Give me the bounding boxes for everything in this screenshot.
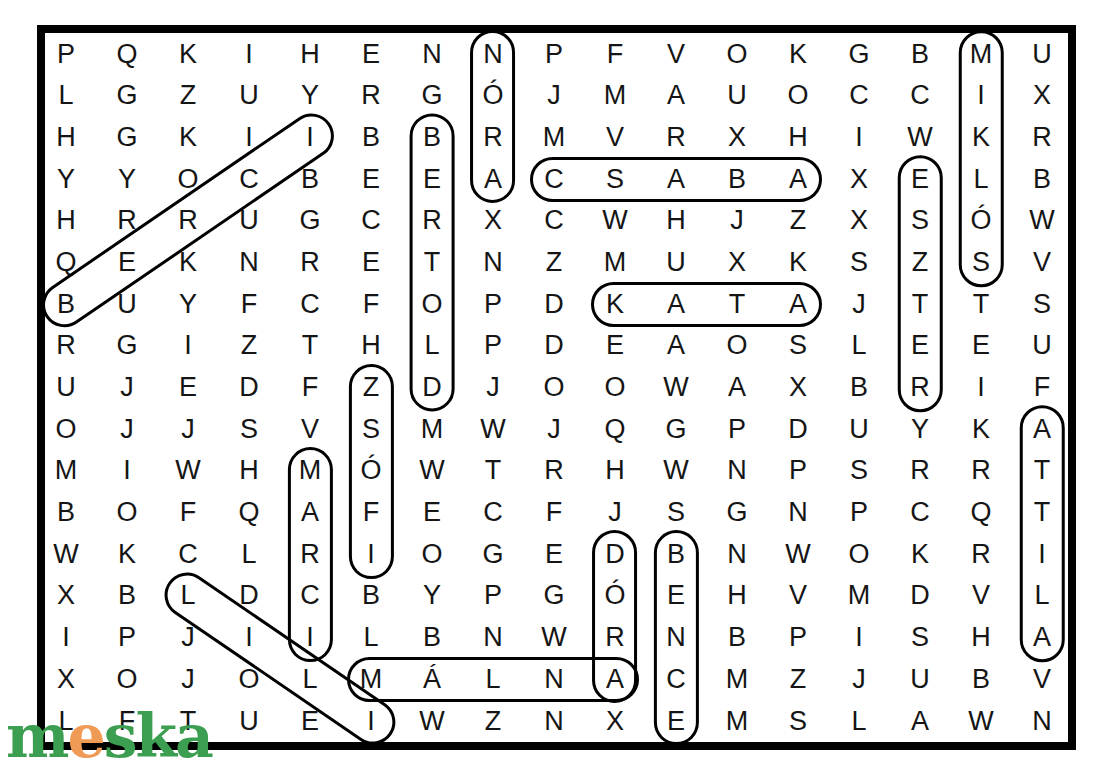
cell-r13-c4: L	[219, 533, 280, 575]
cell-r4-c1: Y	[36, 158, 97, 200]
cell-r5-c10: W	[585, 200, 646, 242]
cell-r10-c14: U	[829, 408, 890, 450]
cell-r14-c7: Y	[402, 575, 463, 617]
cell-r4-c17: B	[1012, 158, 1073, 200]
cell-r5-c6: C	[341, 200, 402, 242]
cell-r15-c17: A	[1012, 617, 1073, 659]
cell-r14-c5: C	[280, 575, 341, 617]
cell-r14-c6: B	[341, 575, 402, 617]
cell-r6-c2: E	[97, 242, 158, 284]
cell-r12-c11: S	[646, 492, 707, 534]
cell-r11-c5: M	[280, 450, 341, 492]
cell-r10-c11: G	[646, 408, 707, 450]
cell-r14-c12: H	[707, 575, 768, 617]
cell-r9-c6: Z	[341, 367, 402, 409]
cell-r16-c14: J	[829, 659, 890, 701]
cell-r15-c2: P	[97, 617, 158, 659]
cell-r3-c10: V	[585, 117, 646, 159]
cell-r8-c5: T	[280, 325, 341, 367]
cell-r12-c14: P	[829, 492, 890, 534]
cell-r10-c9: J	[524, 408, 585, 450]
cell-r15-c3: J	[158, 617, 219, 659]
cell-r7-c6: F	[341, 283, 402, 325]
cell-r5-c2: R	[97, 200, 158, 242]
cell-r10-c12: P	[707, 408, 768, 450]
cell-r11-c3: W	[158, 450, 219, 492]
cell-r12-c7: E	[402, 492, 463, 534]
cell-r14-c2: B	[97, 575, 158, 617]
cell-r2-c12: U	[707, 75, 768, 117]
cell-r2-c11: A	[646, 75, 707, 117]
cell-r17-c11: E	[646, 700, 707, 742]
cell-r13-c8: G	[463, 533, 524, 575]
cell-r2-c15: C	[890, 75, 951, 117]
cell-r6-c14: S	[829, 242, 890, 284]
cell-r2-c3: Z	[158, 75, 219, 117]
cell-r17-c4: U	[219, 700, 280, 742]
cell-r2-c5: Y	[280, 75, 341, 117]
cell-r13-c9: E	[524, 533, 585, 575]
cell-r9-c14: B	[829, 367, 890, 409]
cell-r5-c15: S	[890, 200, 951, 242]
cell-r9-c11: W	[646, 367, 707, 409]
cell-r10-c8: W	[463, 408, 524, 450]
cell-r8-c3: I	[158, 325, 219, 367]
cell-r14-c4: D	[219, 575, 280, 617]
cell-r6-c17: V	[1012, 242, 1073, 284]
watermark-letter-e: e	[68, 701, 104, 771]
cell-r13-c12: N	[707, 533, 768, 575]
cell-r5-c3: R	[158, 200, 219, 242]
cell-r7-c16: T	[951, 283, 1012, 325]
cell-r1-c8: N	[463, 33, 524, 75]
cell-r14-c11: E	[646, 575, 707, 617]
cell-r12-c12: G	[707, 492, 768, 534]
cell-r3-c3: K	[158, 117, 219, 159]
cell-r4-c14: X	[829, 158, 890, 200]
cell-r5-c7: R	[402, 200, 463, 242]
cell-r5-c14: X	[829, 200, 890, 242]
cell-r9-c15: R	[890, 367, 951, 409]
cell-r8-c4: Z	[219, 325, 280, 367]
cell-r4-c3: O	[158, 158, 219, 200]
watermark-letter-m: m	[6, 701, 68, 771]
cell-r11-c10: H	[585, 450, 646, 492]
cell-r16-c8: L	[463, 659, 524, 701]
cell-r16-c3: J	[158, 659, 219, 701]
cell-r12-c15: C	[890, 492, 951, 534]
cell-r17-c12: M	[707, 700, 768, 742]
cell-r11-c7: W	[402, 450, 463, 492]
cell-r12-c1: B	[36, 492, 97, 534]
cell-r1-c16: M	[951, 33, 1012, 75]
cell-r17-c8: Z	[463, 700, 524, 742]
cell-r1-c9: P	[524, 33, 585, 75]
cell-r9-c13: X	[768, 367, 829, 409]
cell-r13-c17: I	[1012, 533, 1073, 575]
cell-r3-c13: H	[768, 117, 829, 159]
cell-r7-c4: F	[219, 283, 280, 325]
cell-r3-c6: B	[341, 117, 402, 159]
cell-r10-c17: A	[1012, 408, 1073, 450]
cell-r6-c16: S	[951, 242, 1012, 284]
cell-r16-c12: M	[707, 659, 768, 701]
cell-r8-c8: P	[463, 325, 524, 367]
cell-r17-c5: E	[280, 700, 341, 742]
cell-r16-c6: M	[341, 659, 402, 701]
cell-r13-c7: O	[402, 533, 463, 575]
cell-r14-c15: D	[890, 575, 951, 617]
cell-r6-c5: R	[280, 242, 341, 284]
cell-r10-c2: J	[97, 408, 158, 450]
cell-r16-c11: C	[646, 659, 707, 701]
cell-r6-c3: K	[158, 242, 219, 284]
cell-r2-c9: J	[524, 75, 585, 117]
cell-r5-c11: H	[646, 200, 707, 242]
cell-r4-c15: E	[890, 158, 951, 200]
cell-r6-c4: N	[219, 242, 280, 284]
cell-r11-c8: T	[463, 450, 524, 492]
cell-r4-c16: L	[951, 158, 1012, 200]
cell-r6-c12: X	[707, 242, 768, 284]
cell-r6-c1: Q	[36, 242, 97, 284]
cell-r3-c5: I	[280, 117, 341, 159]
cell-r1-c2: Q	[97, 33, 158, 75]
cell-r10-c6: S	[341, 408, 402, 450]
cell-r17-c16: W	[951, 700, 1012, 742]
cell-r1-c13: K	[768, 33, 829, 75]
cell-r8-c16: E	[951, 325, 1012, 367]
cell-r14-c16: V	[951, 575, 1012, 617]
cell-r4-c2: Y	[97, 158, 158, 200]
cell-r7-c9: D	[524, 283, 585, 325]
cell-r8-c14: L	[829, 325, 890, 367]
cell-r4-c4: C	[219, 158, 280, 200]
cell-r11-c11: W	[646, 450, 707, 492]
cell-r8-c1: R	[36, 325, 97, 367]
cell-r12-c9: F	[524, 492, 585, 534]
cell-r12-c3: F	[158, 492, 219, 534]
cell-r2-c6: R	[341, 75, 402, 117]
cell-r11-c1: M	[36, 450, 97, 492]
cell-r13-c5: R	[280, 533, 341, 575]
cell-r6-c11: U	[646, 242, 707, 284]
cell-r3-c16: K	[951, 117, 1012, 159]
cell-r15-c15: S	[890, 617, 951, 659]
cell-r2-c7: G	[402, 75, 463, 117]
cell-r16-c16: B	[951, 659, 1012, 701]
cell-r12-c13: N	[768, 492, 829, 534]
cell-r12-c16: Q	[951, 492, 1012, 534]
cell-r1-c12: O	[707, 33, 768, 75]
cell-r6-c15: Z	[890, 242, 951, 284]
cell-r9-c17: F	[1012, 367, 1073, 409]
cell-r9-c3: E	[158, 367, 219, 409]
cell-r8-c9: D	[524, 325, 585, 367]
cell-r2-c1: L	[36, 75, 97, 117]
cell-r3-c11: R	[646, 117, 707, 159]
cell-r10-c4: S	[219, 408, 280, 450]
cell-r4-c12: B	[707, 158, 768, 200]
cell-r15-c8: N	[463, 617, 524, 659]
cell-r10-c10: Q	[585, 408, 646, 450]
cell-r7-c14: J	[829, 283, 890, 325]
cell-r9-c5: F	[280, 367, 341, 409]
cell-r1-c11: V	[646, 33, 707, 75]
cell-r5-c1: H	[36, 200, 97, 242]
cell-r6-c13: K	[768, 242, 829, 284]
cell-r2-c8: Ó	[463, 75, 524, 117]
cell-r4-c11: A	[646, 158, 707, 200]
cell-r15-c13: P	[768, 617, 829, 659]
cell-r16-c7: Á	[402, 659, 463, 701]
cell-r3-c8: R	[463, 117, 524, 159]
cell-r17-c15: A	[890, 700, 951, 742]
cell-r15-c5: I	[280, 617, 341, 659]
cell-r12-c5: A	[280, 492, 341, 534]
watermark-meska: meska	[6, 706, 212, 766]
cell-r16-c4: O	[219, 659, 280, 701]
cell-r7-c12: T	[707, 283, 768, 325]
watermark-letter-a: a	[175, 701, 212, 771]
cell-r8-c11: A	[646, 325, 707, 367]
cell-r5-c5: G	[280, 200, 341, 242]
cell-r3-c17: R	[1012, 117, 1073, 159]
cell-r1-c14: G	[829, 33, 890, 75]
cell-r3-c1: H	[36, 117, 97, 159]
cell-r12-c4: Q	[219, 492, 280, 534]
cell-r2-c4: U	[219, 75, 280, 117]
cell-r13-c2: K	[97, 533, 158, 575]
cell-r1-c7: N	[402, 33, 463, 75]
word-search-board: PQKIHENNPFVOKGBMULGZUYRGÓJMAUOCCIXHGKIIB…	[36, 33, 1073, 742]
cell-r11-c14: S	[829, 450, 890, 492]
cell-r16-c13: Z	[768, 659, 829, 701]
cell-r13-c11: B	[646, 533, 707, 575]
cell-r7-c13: A	[768, 283, 829, 325]
cell-r10-c13: D	[768, 408, 829, 450]
cell-r5-c16: Ó	[951, 200, 1012, 242]
cell-r1-c17: U	[1012, 33, 1073, 75]
cell-r1-c3: K	[158, 33, 219, 75]
cell-r1-c6: E	[341, 33, 402, 75]
cell-r7-c2: U	[97, 283, 158, 325]
cell-r7-c1: B	[36, 283, 97, 325]
cell-r1-c10: F	[585, 33, 646, 75]
cell-r1-c1: P	[36, 33, 97, 75]
cell-r5-c9: C	[524, 200, 585, 242]
cell-r15-c6: L	[341, 617, 402, 659]
cell-r2-c14: C	[829, 75, 890, 117]
cell-r4-c6: E	[341, 158, 402, 200]
cell-r10-c7: M	[402, 408, 463, 450]
cell-r16-c10: A	[585, 659, 646, 701]
cell-r16-c17: V	[1012, 659, 1073, 701]
cell-r8-c12: O	[707, 325, 768, 367]
cell-r5-c8: X	[463, 200, 524, 242]
cell-r5-c17: W	[1012, 200, 1073, 242]
cell-r3-c2: G	[97, 117, 158, 159]
cell-r7-c11: A	[646, 283, 707, 325]
cell-r7-c15: T	[890, 283, 951, 325]
cell-r17-c7: W	[402, 700, 463, 742]
cell-r10-c16: K	[951, 408, 1012, 450]
cell-r9-c7: D	[402, 367, 463, 409]
cell-r4-c5: B	[280, 158, 341, 200]
cell-r16-c1: X	[36, 659, 97, 701]
cell-r15-c1: I	[36, 617, 97, 659]
cell-r11-c13: P	[768, 450, 829, 492]
cell-r10-c15: Y	[890, 408, 951, 450]
cell-r9-c10: O	[585, 367, 646, 409]
cell-r1-c4: I	[219, 33, 280, 75]
cell-r13-c1: W	[36, 533, 97, 575]
cell-r13-c14: O	[829, 533, 890, 575]
cell-r15-c7: B	[402, 617, 463, 659]
cell-r1-c15: B	[890, 33, 951, 75]
cell-r10-c3: J	[158, 408, 219, 450]
cell-r14-c8: P	[463, 575, 524, 617]
cell-r14-c17: L	[1012, 575, 1073, 617]
cell-r4-c8: A	[463, 158, 524, 200]
cell-r7-c7: O	[402, 283, 463, 325]
cell-r13-c15: K	[890, 533, 951, 575]
cell-r8-c2: G	[97, 325, 158, 367]
cell-r2-c10: M	[585, 75, 646, 117]
cell-r8-c10: E	[585, 325, 646, 367]
cell-r10-c5: V	[280, 408, 341, 450]
cell-r11-c15: R	[890, 450, 951, 492]
cell-r7-c17: S	[1012, 283, 1073, 325]
cell-r2-c16: I	[951, 75, 1012, 117]
cell-r16-c9: N	[524, 659, 585, 701]
cell-r14-c13: V	[768, 575, 829, 617]
cell-r9-c16: I	[951, 367, 1012, 409]
cell-r17-c6: I	[341, 700, 402, 742]
cell-r12-c8: C	[463, 492, 524, 534]
cell-r14-c3: L	[158, 575, 219, 617]
cell-r9-c8: J	[463, 367, 524, 409]
cell-r8-c15: E	[890, 325, 951, 367]
cell-r17-c14: L	[829, 700, 890, 742]
watermark-letter-s: s	[104, 701, 136, 771]
cell-r12-c2: O	[97, 492, 158, 534]
cell-r11-c17: T	[1012, 450, 1073, 492]
cell-r11-c2: I	[97, 450, 158, 492]
cell-r3-c9: M	[524, 117, 585, 159]
cell-r14-c14: M	[829, 575, 890, 617]
cell-r4-c10: S	[585, 158, 646, 200]
cell-r2-c13: O	[768, 75, 829, 117]
cell-r14-c9: G	[524, 575, 585, 617]
cell-r9-c9: O	[524, 367, 585, 409]
cell-r17-c10: X	[585, 700, 646, 742]
cell-r13-c6: I	[341, 533, 402, 575]
cell-r5-c12: J	[707, 200, 768, 242]
cell-r11-c12: N	[707, 450, 768, 492]
cell-r16-c5: L	[280, 659, 341, 701]
cell-r8-c6: H	[341, 325, 402, 367]
cell-r9-c12: A	[707, 367, 768, 409]
cell-r13-c16: R	[951, 533, 1012, 575]
cell-r8-c13: S	[768, 325, 829, 367]
cell-r4-c13: A	[768, 158, 829, 200]
cell-r3-c15: W	[890, 117, 951, 159]
cell-r10-c1: O	[36, 408, 97, 450]
cell-r6-c10: M	[585, 242, 646, 284]
cell-r13-c13: W	[768, 533, 829, 575]
cell-r7-c3: Y	[158, 283, 219, 325]
watermark-letter-k: k	[135, 701, 175, 771]
cell-r11-c16: R	[951, 450, 1012, 492]
cell-r17-c13: S	[768, 700, 829, 742]
cell-r15-c16: H	[951, 617, 1012, 659]
cell-r2-c2: G	[97, 75, 158, 117]
cell-r14-c1: X	[36, 575, 97, 617]
cell-r12-c6: F	[341, 492, 402, 534]
cell-r15-c4: I	[219, 617, 280, 659]
cell-r3-c4: I	[219, 117, 280, 159]
cell-r14-c10: Ó	[585, 575, 646, 617]
cell-r6-c8: N	[463, 242, 524, 284]
cell-r1-c5: H	[280, 33, 341, 75]
cell-r6-c6: E	[341, 242, 402, 284]
cell-r3-c12: X	[707, 117, 768, 159]
cell-r8-c7: L	[402, 325, 463, 367]
cell-r13-c3: C	[158, 533, 219, 575]
cell-r11-c6: Ó	[341, 450, 402, 492]
cell-r15-c10: R	[585, 617, 646, 659]
cell-r7-c10: K	[585, 283, 646, 325]
cell-r3-c14: I	[829, 117, 890, 159]
cell-r4-c7: E	[402, 158, 463, 200]
cell-r4-c9: C	[524, 158, 585, 200]
cell-r15-c12: B	[707, 617, 768, 659]
cell-r16-c2: O	[97, 659, 158, 701]
cell-r15-c9: W	[524, 617, 585, 659]
cell-r17-c17: N	[1012, 700, 1073, 742]
cell-r15-c11: N	[646, 617, 707, 659]
cell-r7-c5: C	[280, 283, 341, 325]
cell-r5-c13: Z	[768, 200, 829, 242]
cell-r17-c9: N	[524, 700, 585, 742]
cell-r7-c8: P	[463, 283, 524, 325]
cell-r2-c17: X	[1012, 75, 1073, 117]
cell-r6-c9: Z	[524, 242, 585, 284]
cell-r3-c7: B	[402, 117, 463, 159]
cell-r9-c4: D	[219, 367, 280, 409]
cell-r9-c2: J	[97, 367, 158, 409]
cell-r16-c15: U	[890, 659, 951, 701]
cell-r8-c17: U	[1012, 325, 1073, 367]
cell-r12-c10: J	[585, 492, 646, 534]
cell-r13-c10: D	[585, 533, 646, 575]
cell-r12-c17: T	[1012, 492, 1073, 534]
cell-r9-c1: U	[36, 367, 97, 409]
word-search-page: PQKIHENNPFVOKGBMULGZUYRGÓJMAUOCCIXHGKIIB…	[0, 0, 1100, 775]
cell-r6-c7: T	[402, 242, 463, 284]
cell-r5-c4: U	[219, 200, 280, 242]
cell-r11-c4: H	[219, 450, 280, 492]
cell-r11-c9: R	[524, 450, 585, 492]
cell-r15-c14: I	[829, 617, 890, 659]
